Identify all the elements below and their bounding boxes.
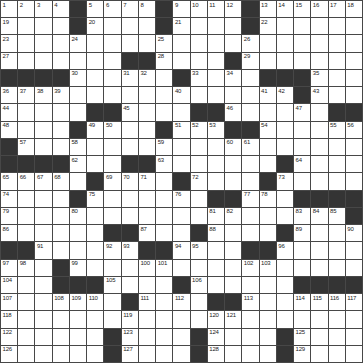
white-cell[interactable] xyxy=(277,139,293,155)
white-cell[interactable] xyxy=(329,139,345,155)
white-cell[interactable] xyxy=(346,87,362,103)
white-cell[interactable] xyxy=(18,122,34,138)
white-cell[interactable] xyxy=(311,104,327,120)
white-cell[interactable] xyxy=(53,139,69,155)
white-cell[interactable] xyxy=(346,53,362,69)
white-cell[interactable] xyxy=(277,260,293,276)
white-cell[interactable] xyxy=(156,329,172,345)
white-cell[interactable] xyxy=(18,225,34,241)
white-cell[interactable]: 43 xyxy=(311,87,327,103)
white-cell[interactable] xyxy=(311,122,327,138)
white-cell[interactable]: 128 xyxy=(208,346,224,362)
white-cell[interactable]: 98 xyxy=(18,260,34,276)
white-cell[interactable] xyxy=(70,311,86,327)
white-cell[interactable] xyxy=(311,311,327,327)
white-cell[interactable] xyxy=(329,242,345,258)
white-cell[interactable] xyxy=(70,53,86,69)
white-cell[interactable]: 16 xyxy=(311,1,327,17)
white-cell[interactable] xyxy=(208,260,224,276)
white-cell[interactable]: 108 xyxy=(53,294,69,310)
white-cell[interactable]: 53 xyxy=(208,122,224,138)
white-cell[interactable] xyxy=(53,18,69,34)
white-cell[interactable] xyxy=(208,87,224,103)
white-cell[interactable] xyxy=(173,260,189,276)
white-cell[interactable] xyxy=(311,329,327,345)
white-cell[interactable] xyxy=(346,346,362,362)
white-cell[interactable]: 124 xyxy=(208,329,224,345)
white-cell[interactable]: 110 xyxy=(87,294,103,310)
white-cell[interactable] xyxy=(122,208,138,224)
white-cell[interactable]: 17 xyxy=(329,1,345,17)
white-cell[interactable]: 19 xyxy=(1,18,17,34)
white-cell[interactable] xyxy=(18,191,34,207)
white-cell[interactable]: 106 xyxy=(191,277,207,293)
white-cell[interactable] xyxy=(104,294,120,310)
white-cell[interactable] xyxy=(35,208,51,224)
white-cell[interactable] xyxy=(294,35,310,51)
white-cell[interactable]: 114 xyxy=(294,294,310,310)
white-cell[interactable] xyxy=(35,260,51,276)
white-cell[interactable] xyxy=(173,35,189,51)
white-cell[interactable] xyxy=(242,104,258,120)
white-cell[interactable] xyxy=(87,53,103,69)
white-cell[interactable] xyxy=(70,104,86,120)
white-cell[interactable] xyxy=(191,191,207,207)
white-cell[interactable] xyxy=(346,18,362,34)
white-cell[interactable] xyxy=(208,242,224,258)
white-cell[interactable] xyxy=(242,70,258,86)
white-cell[interactable] xyxy=(18,311,34,327)
white-cell[interactable] xyxy=(191,35,207,51)
white-cell[interactable]: 38 xyxy=(35,87,51,103)
white-cell[interactable]: 6 xyxy=(104,1,120,17)
white-cell[interactable] xyxy=(225,87,241,103)
white-cell[interactable] xyxy=(35,53,51,69)
white-cell[interactable] xyxy=(156,208,172,224)
white-cell[interactable] xyxy=(35,104,51,120)
white-cell[interactable] xyxy=(139,35,155,51)
white-cell[interactable] xyxy=(156,346,172,362)
white-cell[interactable] xyxy=(173,208,189,224)
white-cell[interactable] xyxy=(277,104,293,120)
white-cell[interactable] xyxy=(35,311,51,327)
white-cell[interactable]: 15 xyxy=(294,1,310,17)
white-cell[interactable]: 2 xyxy=(18,1,34,17)
white-cell[interactable] xyxy=(346,70,362,86)
white-cell[interactable] xyxy=(104,139,120,155)
white-cell[interactable] xyxy=(346,35,362,51)
white-cell[interactable]: 119 xyxy=(122,311,138,327)
white-cell[interactable] xyxy=(242,311,258,327)
white-cell[interactable] xyxy=(156,294,172,310)
white-cell[interactable] xyxy=(156,225,172,241)
white-cell[interactable] xyxy=(294,260,310,276)
white-cell[interactable]: 51 xyxy=(173,122,189,138)
white-cell[interactable] xyxy=(225,225,241,241)
white-cell[interactable]: 50 xyxy=(104,122,120,138)
white-cell[interactable] xyxy=(208,277,224,293)
white-cell[interactable] xyxy=(139,277,155,293)
white-cell[interactable]: 75 xyxy=(87,191,103,207)
white-cell[interactable] xyxy=(104,191,120,207)
white-cell[interactable] xyxy=(35,122,51,138)
white-cell[interactable]: 52 xyxy=(191,122,207,138)
white-cell[interactable]: 122 xyxy=(1,329,17,345)
white-cell[interactable]: 14 xyxy=(277,1,293,17)
white-cell[interactable] xyxy=(139,191,155,207)
white-cell[interactable]: 88 xyxy=(208,225,224,241)
white-cell[interactable]: 20 xyxy=(87,18,103,34)
white-cell[interactable] xyxy=(329,173,345,189)
white-cell[interactable] xyxy=(225,346,241,362)
white-cell[interactable]: 107 xyxy=(1,294,17,310)
white-cell[interactable]: 121 xyxy=(225,311,241,327)
white-cell[interactable] xyxy=(260,225,276,241)
white-cell[interactable]: 117 xyxy=(346,294,362,310)
white-cell[interactable] xyxy=(208,53,224,69)
white-cell[interactable]: 54 xyxy=(260,122,276,138)
white-cell[interactable]: 101 xyxy=(156,260,172,276)
white-cell[interactable] xyxy=(329,225,345,241)
white-cell[interactable] xyxy=(191,87,207,103)
white-cell[interactable]: 7 xyxy=(122,1,138,17)
white-cell[interactable] xyxy=(53,104,69,120)
white-cell[interactable] xyxy=(156,277,172,293)
white-cell[interactable] xyxy=(122,122,138,138)
white-cell[interactable] xyxy=(18,104,34,120)
white-cell[interactable]: 68 xyxy=(53,173,69,189)
white-cell[interactable] xyxy=(191,156,207,172)
white-cell[interactable] xyxy=(18,53,34,69)
white-cell[interactable] xyxy=(346,311,362,327)
white-cell[interactable] xyxy=(191,53,207,69)
white-cell[interactable] xyxy=(53,242,69,258)
white-cell[interactable]: 56 xyxy=(346,122,362,138)
white-cell[interactable] xyxy=(191,208,207,224)
white-cell[interactable] xyxy=(225,35,241,51)
white-cell[interactable] xyxy=(87,87,103,103)
white-cell[interactable] xyxy=(122,260,138,276)
white-cell[interactable]: 1 xyxy=(1,1,17,17)
white-cell[interactable] xyxy=(122,191,138,207)
white-cell[interactable]: 95 xyxy=(191,242,207,258)
white-cell[interactable]: 111 xyxy=(139,294,155,310)
white-cell[interactable] xyxy=(242,329,258,345)
white-cell[interactable] xyxy=(173,329,189,345)
white-cell[interactable] xyxy=(294,173,310,189)
white-cell[interactable] xyxy=(294,139,310,155)
white-cell[interactable] xyxy=(277,311,293,327)
white-cell[interactable] xyxy=(242,87,258,103)
white-cell[interactable]: 118 xyxy=(1,311,17,327)
white-cell[interactable] xyxy=(260,329,276,345)
white-cell[interactable]: 57 xyxy=(18,139,34,155)
white-cell[interactable] xyxy=(225,173,241,189)
white-cell[interactable] xyxy=(53,311,69,327)
white-cell[interactable] xyxy=(87,346,103,362)
white-cell[interactable] xyxy=(346,139,362,155)
white-cell[interactable] xyxy=(173,53,189,69)
white-cell[interactable] xyxy=(35,346,51,362)
white-cell[interactable] xyxy=(139,122,155,138)
white-cell[interactable] xyxy=(156,104,172,120)
white-cell[interactable]: 123 xyxy=(122,329,138,345)
white-cell[interactable]: 84 xyxy=(311,208,327,224)
white-cell[interactable]: 83 xyxy=(294,208,310,224)
white-cell[interactable] xyxy=(18,18,34,34)
white-cell[interactable] xyxy=(70,87,86,103)
white-cell[interactable] xyxy=(53,191,69,207)
white-cell[interactable]: 44 xyxy=(1,104,17,120)
white-cell[interactable] xyxy=(87,156,103,172)
white-cell[interactable]: 120 xyxy=(208,311,224,327)
white-cell[interactable]: 21 xyxy=(173,18,189,34)
white-cell[interactable] xyxy=(87,208,103,224)
white-cell[interactable]: 40 xyxy=(173,87,189,103)
white-cell[interactable]: 24 xyxy=(70,35,86,51)
white-cell[interactable] xyxy=(104,311,120,327)
white-cell[interactable]: 92 xyxy=(104,242,120,258)
white-cell[interactable] xyxy=(311,139,327,155)
white-cell[interactable] xyxy=(191,311,207,327)
white-cell[interactable]: 31 xyxy=(122,70,138,86)
white-cell[interactable] xyxy=(139,311,155,327)
white-cell[interactable] xyxy=(311,346,327,362)
white-cell[interactable]: 34 xyxy=(225,70,241,86)
white-cell[interactable] xyxy=(329,70,345,86)
white-cell[interactable]: 72 xyxy=(191,173,207,189)
white-cell[interactable]: 129 xyxy=(294,346,310,362)
white-cell[interactable] xyxy=(18,294,34,310)
white-cell[interactable]: 63 xyxy=(156,156,172,172)
white-cell[interactable]: 99 xyxy=(70,260,86,276)
white-cell[interactable]: 103 xyxy=(260,260,276,276)
white-cell[interactable]: 91 xyxy=(35,242,51,258)
white-cell[interactable] xyxy=(311,242,327,258)
white-cell[interactable] xyxy=(260,208,276,224)
white-cell[interactable] xyxy=(35,191,51,207)
white-cell[interactable] xyxy=(260,156,276,172)
white-cell[interactable]: 12 xyxy=(225,1,241,17)
white-cell[interactable] xyxy=(208,156,224,172)
white-cell[interactable]: 81 xyxy=(208,208,224,224)
white-cell[interactable]: 94 xyxy=(173,242,189,258)
white-cell[interactable] xyxy=(53,35,69,51)
white-cell[interactable] xyxy=(191,139,207,155)
white-cell[interactable]: 90 xyxy=(346,225,362,241)
white-cell[interactable] xyxy=(277,122,293,138)
white-cell[interactable]: 61 xyxy=(242,139,258,155)
white-cell[interactable] xyxy=(104,260,120,276)
white-cell[interactable]: 58 xyxy=(70,139,86,155)
white-cell[interactable]: 42 xyxy=(277,87,293,103)
white-cell[interactable] xyxy=(139,18,155,34)
white-cell[interactable] xyxy=(346,260,362,276)
white-cell[interactable] xyxy=(208,18,224,34)
white-cell[interactable]: 116 xyxy=(329,294,345,310)
white-cell[interactable]: 59 xyxy=(156,139,172,155)
white-cell[interactable] xyxy=(18,277,34,293)
white-cell[interactable] xyxy=(104,53,120,69)
white-cell[interactable] xyxy=(329,346,345,362)
white-cell[interactable]: 29 xyxy=(242,53,258,69)
white-cell[interactable]: 23 xyxy=(1,35,17,51)
white-cell[interactable]: 13 xyxy=(260,1,276,17)
white-cell[interactable]: 4 xyxy=(53,1,69,17)
white-cell[interactable]: 104 xyxy=(1,277,17,293)
white-cell[interactable]: 8 xyxy=(139,1,155,17)
white-cell[interactable] xyxy=(225,242,241,258)
white-cell[interactable] xyxy=(311,35,327,51)
white-cell[interactable] xyxy=(35,139,51,155)
white-cell[interactable]: 26 xyxy=(242,35,258,51)
white-cell[interactable] xyxy=(87,35,103,51)
white-cell[interactable] xyxy=(260,139,276,155)
white-cell[interactable]: 36 xyxy=(1,87,17,103)
white-cell[interactable]: 35 xyxy=(311,70,327,86)
white-cell[interactable] xyxy=(53,122,69,138)
white-cell[interactable] xyxy=(35,277,51,293)
white-cell[interactable] xyxy=(329,87,345,103)
white-cell[interactable] xyxy=(139,104,155,120)
white-cell[interactable]: 112 xyxy=(173,294,189,310)
white-cell[interactable] xyxy=(87,260,103,276)
white-cell[interactable]: 79 xyxy=(1,208,17,224)
white-cell[interactable]: 22 xyxy=(260,18,276,34)
white-cell[interactable] xyxy=(122,277,138,293)
white-cell[interactable]: 71 xyxy=(139,173,155,189)
white-cell[interactable]: 93 xyxy=(122,242,138,258)
white-cell[interactable] xyxy=(329,311,345,327)
white-cell[interactable] xyxy=(311,53,327,69)
white-cell[interactable] xyxy=(139,329,155,345)
white-cell[interactable] xyxy=(87,329,103,345)
white-cell[interactable] xyxy=(329,53,345,69)
white-cell[interactable]: 45 xyxy=(122,104,138,120)
white-cell[interactable] xyxy=(346,173,362,189)
white-cell[interactable] xyxy=(156,311,172,327)
white-cell[interactable]: 10 xyxy=(191,1,207,17)
white-cell[interactable] xyxy=(139,346,155,362)
white-cell[interactable]: 73 xyxy=(277,173,293,189)
white-cell[interactable] xyxy=(294,311,310,327)
white-cell[interactable] xyxy=(346,156,362,172)
white-cell[interactable] xyxy=(53,53,69,69)
white-cell[interactable] xyxy=(87,70,103,86)
white-cell[interactable] xyxy=(277,18,293,34)
white-cell[interactable] xyxy=(225,329,241,345)
white-cell[interactable] xyxy=(242,225,258,241)
white-cell[interactable] xyxy=(35,18,51,34)
white-cell[interactable] xyxy=(277,53,293,69)
white-cell[interactable] xyxy=(35,294,51,310)
white-cell[interactable] xyxy=(104,208,120,224)
white-cell[interactable] xyxy=(156,191,172,207)
white-cell[interactable] xyxy=(122,35,138,51)
white-cell[interactable] xyxy=(139,208,155,224)
white-cell[interactable] xyxy=(346,329,362,345)
white-cell[interactable] xyxy=(70,173,86,189)
white-cell[interactable]: 48 xyxy=(1,122,17,138)
white-cell[interactable] xyxy=(139,87,155,103)
white-cell[interactable]: 74 xyxy=(1,191,17,207)
white-cell[interactable]: 37 xyxy=(18,87,34,103)
white-cell[interactable]: 46 xyxy=(225,104,241,120)
white-cell[interactable] xyxy=(173,346,189,362)
white-cell[interactable] xyxy=(104,35,120,51)
white-cell[interactable] xyxy=(260,294,276,310)
white-cell[interactable]: 126 xyxy=(1,346,17,362)
white-cell[interactable]: 33 xyxy=(191,70,207,86)
white-cell[interactable] xyxy=(260,53,276,69)
white-cell[interactable]: 89 xyxy=(294,225,310,241)
white-cell[interactable]: 69 xyxy=(104,173,120,189)
white-cell[interactable]: 96 xyxy=(277,242,293,258)
white-cell[interactable] xyxy=(294,122,310,138)
white-cell[interactable] xyxy=(173,139,189,155)
white-cell[interactable] xyxy=(277,208,293,224)
white-cell[interactable]: 66 xyxy=(18,173,34,189)
white-cell[interactable] xyxy=(277,191,293,207)
white-cell[interactable] xyxy=(87,139,103,155)
white-cell[interactable] xyxy=(277,294,293,310)
white-cell[interactable]: 62 xyxy=(70,156,86,172)
white-cell[interactable] xyxy=(242,346,258,362)
white-cell[interactable]: 87 xyxy=(139,225,155,241)
white-cell[interactable]: 80 xyxy=(70,208,86,224)
white-cell[interactable]: 27 xyxy=(1,53,17,69)
white-cell[interactable]: 70 xyxy=(122,173,138,189)
white-cell[interactable] xyxy=(139,139,155,155)
white-cell[interactable] xyxy=(35,329,51,345)
white-cell[interactable] xyxy=(225,277,241,293)
white-cell[interactable] xyxy=(173,156,189,172)
white-cell[interactable]: 47 xyxy=(294,104,310,120)
white-cell[interactable] xyxy=(242,208,258,224)
white-cell[interactable]: 30 xyxy=(70,70,86,86)
white-cell[interactable] xyxy=(242,173,258,189)
white-cell[interactable] xyxy=(104,18,120,34)
white-cell[interactable] xyxy=(122,87,138,103)
white-cell[interactable] xyxy=(260,35,276,51)
white-cell[interactable] xyxy=(70,346,86,362)
white-cell[interactable] xyxy=(53,225,69,241)
white-cell[interactable] xyxy=(242,156,258,172)
white-cell[interactable]: 65 xyxy=(1,173,17,189)
white-cell[interactable] xyxy=(208,70,224,86)
white-cell[interactable]: 109 xyxy=(70,294,86,310)
white-cell[interactable] xyxy=(242,277,258,293)
white-cell[interactable] xyxy=(70,225,86,241)
white-cell[interactable]: 100 xyxy=(139,260,155,276)
white-cell[interactable] xyxy=(225,18,241,34)
white-cell[interactable] xyxy=(346,242,362,258)
white-cell[interactable] xyxy=(311,225,327,241)
white-cell[interactable] xyxy=(35,225,51,241)
white-cell[interactable]: 85 xyxy=(329,208,345,224)
white-cell[interactable] xyxy=(18,35,34,51)
white-cell[interactable] xyxy=(329,260,345,276)
white-cell[interactable] xyxy=(173,104,189,120)
white-cell[interactable]: 9 xyxy=(173,1,189,17)
white-cell[interactable]: 127 xyxy=(122,346,138,362)
white-cell[interactable] xyxy=(225,156,241,172)
white-cell[interactable]: 39 xyxy=(53,87,69,103)
white-cell[interactable]: 97 xyxy=(1,260,17,276)
white-cell[interactable] xyxy=(277,277,293,293)
white-cell[interactable] xyxy=(260,346,276,362)
white-cell[interactable] xyxy=(260,311,276,327)
